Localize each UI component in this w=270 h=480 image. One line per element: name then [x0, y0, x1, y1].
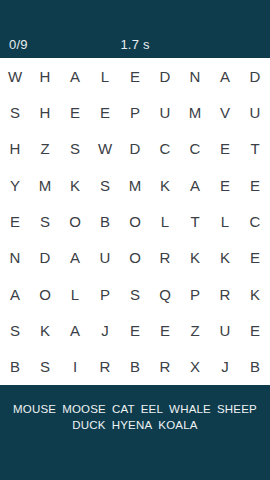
grid-cell[interactable]: E: [120, 312, 150, 348]
grid-cell[interactable]: S: [0, 94, 30, 130]
grid-cell[interactable]: N: [0, 240, 30, 276]
grid-cell[interactable]: S: [30, 203, 60, 239]
grid-cell[interactable]: R: [210, 276, 240, 312]
grid-cell[interactable]: E: [240, 240, 270, 276]
word-list: MOUSEMOOSECATEELWHALESHEEPDUCKHYENAKOALA: [12, 402, 258, 433]
grid-cell[interactable]: M: [120, 167, 150, 203]
grid-cell[interactable]: H: [30, 58, 60, 94]
grid-cell[interactable]: O: [60, 203, 90, 239]
grid-cell[interactable]: M: [180, 94, 210, 130]
letter-grid: WHALEDNADSHEEPUMVUHZSWDCCETYMKSMKAEEESOB…: [0, 58, 270, 385]
grid-cell[interactable]: D: [240, 58, 270, 94]
grid-cell[interactable]: E: [60, 94, 90, 130]
header-bar: 0/9 1.7 s: [0, 0, 270, 58]
grid-cell[interactable]: S: [60, 131, 90, 167]
grid-cell[interactable]: Q: [150, 276, 180, 312]
grid-cell[interactable]: N: [180, 58, 210, 94]
grid-cell[interactable]: C: [240, 203, 270, 239]
grid-cell[interactable]: H: [0, 131, 30, 167]
grid-cell[interactable]: O: [30, 276, 60, 312]
grid-cell[interactable]: Y: [0, 167, 30, 203]
footer-bar: MOUSEMOOSECATEELWHALESHEEPDUCKHYENAKOALA: [0, 385, 270, 480]
grid-cell[interactable]: B: [240, 349, 270, 385]
grid-cell[interactable]: L: [210, 203, 240, 239]
grid-cell[interactable]: K: [240, 276, 270, 312]
grid-cell[interactable]: A: [180, 167, 210, 203]
grid-cell[interactable]: L: [60, 276, 90, 312]
grid-cell[interactable]: S: [90, 167, 120, 203]
grid-cell[interactable]: R: [150, 349, 180, 385]
word-list-item: DUCK: [72, 418, 105, 433]
grid-cell[interactable]: B: [90, 203, 120, 239]
grid-cell[interactable]: W: [90, 131, 120, 167]
word-list-item: MOOSE: [62, 402, 106, 417]
grid-cell[interactable]: W: [0, 58, 30, 94]
grid-cell[interactable]: X: [180, 349, 210, 385]
word-list-item: CAT: [112, 402, 135, 417]
grid-cell[interactable]: C: [150, 131, 180, 167]
grid-cell[interactable]: U: [240, 94, 270, 130]
grid-cell[interactable]: D: [30, 240, 60, 276]
word-list-item: EEL: [141, 402, 163, 417]
grid-cell[interactable]: E: [90, 94, 120, 130]
grid-cell[interactable]: P: [120, 94, 150, 130]
word-list-item: MOUSE: [13, 402, 56, 417]
grid-cell[interactable]: C: [180, 131, 210, 167]
grid-cell[interactable]: S: [30, 349, 60, 385]
grid-cell[interactable]: O: [120, 240, 150, 276]
elapsed-timer: 1.7 s: [0, 37, 270, 52]
grid-cell[interactable]: A: [60, 58, 90, 94]
grid-cell[interactable]: J: [210, 349, 240, 385]
grid-cell[interactable]: I: [60, 349, 90, 385]
grid-cell[interactable]: E: [210, 167, 240, 203]
grid-cell[interactable]: E: [150, 312, 180, 348]
grid-cell[interactable]: A: [0, 276, 30, 312]
grid-cell[interactable]: K: [150, 167, 180, 203]
grid-cell[interactable]: K: [30, 312, 60, 348]
grid-cell[interactable]: D: [150, 58, 180, 94]
grid-cell[interactable]: R: [90, 349, 120, 385]
grid-cell[interactable]: B: [0, 349, 30, 385]
grid-cell[interactable]: Z: [30, 131, 60, 167]
grid-cell[interactable]: U: [210, 312, 240, 348]
grid-cell[interactable]: S: [0, 312, 30, 348]
grid-cell[interactable]: B: [120, 349, 150, 385]
grid-cell[interactable]: L: [90, 58, 120, 94]
word-list-item: SHEEP: [217, 402, 257, 417]
grid-cell[interactable]: A: [60, 240, 90, 276]
grid-cell[interactable]: E: [120, 58, 150, 94]
grid-cell[interactable]: U: [150, 94, 180, 130]
grid-cell[interactable]: P: [180, 276, 210, 312]
grid-cell[interactable]: E: [240, 167, 270, 203]
grid-cell[interactable]: Z: [180, 312, 210, 348]
grid-cell[interactable]: E: [0, 203, 30, 239]
grid-cell[interactable]: L: [150, 203, 180, 239]
grid-cell[interactable]: V: [210, 94, 240, 130]
word-list-item: WHALE: [169, 402, 211, 417]
grid-cell[interactable]: A: [210, 58, 240, 94]
grid-cell[interactable]: K: [210, 240, 240, 276]
word-list-item: HYENA: [112, 418, 153, 433]
grid-cell[interactable]: D: [120, 131, 150, 167]
grid-cell[interactable]: E: [240, 312, 270, 348]
grid-cell[interactable]: O: [120, 203, 150, 239]
grid-cell[interactable]: P: [90, 276, 120, 312]
grid-cell[interactable]: R: [150, 240, 180, 276]
grid-cell[interactable]: T: [180, 203, 210, 239]
grid-cell[interactable]: T: [240, 131, 270, 167]
grid-cell[interactable]: M: [30, 167, 60, 203]
grid-cell[interactable]: K: [60, 167, 90, 203]
grid-cell[interactable]: U: [90, 240, 120, 276]
grid-cell[interactable]: H: [30, 94, 60, 130]
word-list-item: KOALA: [158, 418, 197, 433]
grid-cell[interactable]: E: [210, 131, 240, 167]
grid-cell[interactable]: K: [180, 240, 210, 276]
grid-cell[interactable]: J: [90, 312, 120, 348]
word-search-app: 0/9 1.7 s WHALEDNADSHEEPUMVUHZSWDCCETYMK…: [0, 0, 270, 480]
grid-cell[interactable]: S: [120, 276, 150, 312]
grid-cell[interactable]: A: [60, 312, 90, 348]
